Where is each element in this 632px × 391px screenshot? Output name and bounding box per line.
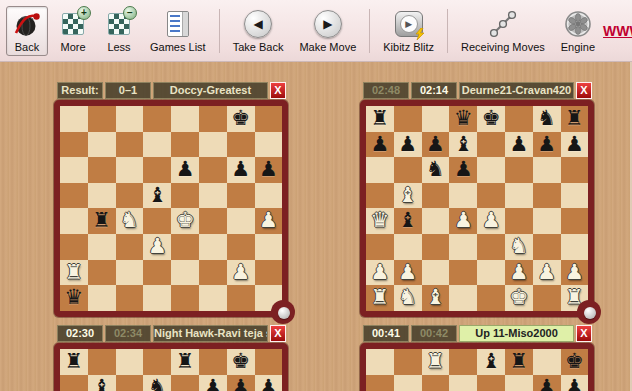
square-g8[interactable]: ♚ (227, 349, 255, 375)
square-e1[interactable] (171, 285, 199, 311)
black-clock: 02:34 (105, 325, 151, 342)
square-h4[interactable]: ♟ (255, 208, 283, 234)
white-pawn: ♟ (255, 208, 283, 234)
board-frame: ♜♜♚♝♞♟♟♟ (54, 343, 288, 391)
black-rook: ♜ (505, 349, 533, 375)
board-minus-icon: − (104, 9, 134, 39)
white-pawn: ♟ (533, 260, 561, 286)
square-e6[interactable] (477, 157, 505, 183)
square-g1[interactable] (533, 285, 561, 311)
square-c2[interactable] (422, 260, 450, 286)
white-pawn: ♟ (366, 260, 394, 286)
square-h5[interactable] (255, 183, 283, 209)
square-h3[interactable] (255, 234, 283, 260)
arrow-right-icon: ▶ (313, 9, 343, 39)
square-g3[interactable] (533, 234, 561, 260)
arrow-left-icon: ◀ (243, 9, 273, 39)
black-rook: ♜ (366, 106, 394, 132)
square-e8[interactable]: ♜ (171, 349, 199, 375)
square-b2[interactable]: ♟ (394, 260, 422, 286)
result-label: Result: (57, 82, 103, 99)
square-d4[interactable] (143, 208, 171, 234)
players-label: Deurne21-Cravan420 (459, 82, 574, 99)
square-b8[interactable] (88, 349, 116, 375)
square-h8[interactable]: ♜ (561, 106, 589, 132)
square-g2[interactable]: ♟ (227, 260, 255, 286)
board-window-1: Result: 0–1 Doccy-Greatest X ♚♟♟♟♝♜♞♚♟♟♜… (54, 82, 289, 317)
square-f8[interactable] (505, 106, 533, 132)
square-a1[interactable]: ♛ (60, 285, 88, 311)
chess-board-3: ♜♜♚♝♞♟♟♟ (60, 349, 282, 391)
black-bishop: ♝ (477, 349, 505, 375)
close-button[interactable]: X (270, 82, 286, 99)
square-c1[interactable] (116, 285, 144, 311)
black-clock: 02:14 (411, 82, 457, 99)
square-e6[interactable]: ♟ (171, 157, 199, 183)
square-f5[interactable] (505, 183, 533, 209)
toolbar-separator (369, 9, 370, 53)
square-a7[interactable] (366, 375, 394, 391)
players-label: Night Hawk-Ravi teja s (153, 325, 268, 342)
square-d8[interactable]: ♛ (449, 106, 477, 132)
black-pawn: ♟ (227, 157, 255, 183)
square-b4[interactable]: ♝ (394, 208, 422, 234)
square-d5[interactable]: ♝ (143, 183, 171, 209)
kibitz-play-icon: ▶ (394, 9, 424, 39)
black-pawn: ♟ (366, 132, 394, 158)
square-g8[interactable]: ♞ (533, 106, 561, 132)
engine-fan-icon (563, 9, 593, 39)
square-c7[interactable]: ♟ (422, 132, 450, 158)
square-b8[interactable] (394, 349, 422, 375)
white-pawn: ♟ (505, 260, 533, 286)
white-pawn: ♟ (449, 208, 477, 234)
square-d7[interactable] (449, 375, 477, 391)
black-pawn: ♟ (227, 375, 255, 391)
square-a7[interactable]: ♟ (366, 132, 394, 158)
board-frame: ♜♝♜♚♟♟ (360, 343, 594, 391)
square-c4[interactable]: ♞ (116, 208, 144, 234)
square-g8[interactable] (533, 349, 561, 375)
black-bishop: ♝ (449, 132, 477, 158)
square-d4[interactable]: ♟ (449, 208, 477, 234)
square-c2[interactable] (116, 260, 144, 286)
square-e7[interactable] (477, 132, 505, 158)
square-f7[interactable]: ♟ (199, 375, 227, 391)
square-c8[interactable] (422, 106, 450, 132)
square-g8[interactable]: ♚ (227, 106, 255, 132)
games-list-label: Games List (150, 41, 206, 53)
square-h5[interactable] (561, 183, 589, 209)
square-e1[interactable] (477, 285, 505, 311)
square-e8[interactable]: ♚ (477, 106, 505, 132)
black-pawn: ♟ (561, 375, 589, 391)
board-window-4: 00:41 00:42 Up 11-Miso2000 X ♜♝♜♚♟♟ (360, 325, 595, 391)
square-f3[interactable]: ♞ (505, 234, 533, 260)
square-g2[interactable]: ♟ (533, 260, 561, 286)
square-d1[interactable] (143, 285, 171, 311)
square-h7[interactable]: ♟ (561, 132, 589, 158)
players-label-highlighted: Up 11-Miso2000 (459, 325, 574, 342)
square-f8[interactable] (199, 349, 227, 375)
black-pawn: ♟ (255, 157, 283, 183)
globe-back-icon (12, 9, 42, 39)
square-b7[interactable] (88, 132, 116, 158)
white-pawn: ♟ (477, 208, 505, 234)
square-c6[interactable] (116, 157, 144, 183)
white-rook: ♜ (422, 349, 450, 375)
square-d8[interactable] (143, 106, 171, 132)
square-b5[interactable]: ♝ (394, 183, 422, 209)
square-b8[interactable] (88, 106, 116, 132)
square-e8[interactable] (171, 106, 199, 132)
games-list-icon (163, 9, 193, 39)
black-pawn: ♟ (199, 375, 227, 391)
chess-board-4: ♜♝♜♚♟♟ (366, 349, 588, 391)
board-4-header: 00:41 00:42 Up 11-Miso2000 X (363, 325, 592, 342)
white-knight: ♞ (116, 208, 144, 234)
black-knight: ♞ (533, 106, 561, 132)
app-window: Back + More − Less Games List ◀ Take Bac… (0, 0, 632, 391)
square-c8[interactable] (116, 106, 144, 132)
black-queen: ♛ (60, 285, 88, 311)
square-h3[interactable] (561, 234, 589, 260)
square-b8[interactable] (394, 106, 422, 132)
square-b7[interactable] (394, 375, 422, 391)
less-button[interactable]: − Less (98, 6, 140, 56)
black-king: ♚ (227, 106, 255, 132)
square-a8[interactable]: ♜ (60, 349, 88, 375)
engine-button[interactable]: Engine (555, 6, 601, 56)
kibitz-blitz-label: Kibitz Blitz (383, 41, 434, 53)
square-h7[interactable]: ♟ (255, 375, 283, 391)
back-label: Back (15, 41, 39, 53)
square-a3[interactable] (60, 234, 88, 260)
take-back-button[interactable]: ◀ Take Back (227, 6, 290, 56)
board-window-3: 02:30 02:34 Night Hawk-Ravi teja s X ♜♜♚… (54, 325, 289, 391)
square-a4[interactable] (60, 208, 88, 234)
square-f6[interactable] (199, 157, 227, 183)
black-bishop: ♝ (88, 375, 116, 391)
square-c5[interactable] (116, 183, 144, 209)
square-e5[interactable] (171, 183, 199, 209)
www-link[interactable]: WWW. (603, 23, 632, 39)
square-f7[interactable]: ♟ (505, 132, 533, 158)
square-c4[interactable] (422, 208, 450, 234)
receiving-moves-label: Receiving Moves (461, 41, 545, 53)
square-g6[interactable]: ♟ (227, 157, 255, 183)
square-g5[interactable] (533, 183, 561, 209)
toolbar-separator (447, 9, 448, 53)
square-d3[interactable]: ♟ (143, 234, 171, 260)
white-bishop: ♝ (422, 285, 450, 311)
square-b6[interactable] (394, 157, 422, 183)
board-frame: ♜♛♚♞♜♟♟♟♝♟♟♟♞♟♝♛♝♟♟♞♟♟♟♟♟♜♞♝♚♜ (360, 100, 594, 317)
square-e3[interactable] (477, 234, 505, 260)
kibitz-blitz-button[interactable]: ▶ Kibitz Blitz (377, 6, 440, 56)
board-window-2: 02:48 02:14 Deurne21-Cravan420 X ♜♛♚♞♜♟♟… (360, 82, 595, 317)
white-king: ♚ (171, 208, 199, 234)
square-d3[interactable] (449, 234, 477, 260)
square-h7[interactable] (255, 132, 283, 158)
square-h8[interactable]: ♚ (561, 349, 589, 375)
white-bishop: ♝ (394, 183, 422, 209)
square-h2[interactable] (255, 260, 283, 286)
square-a8[interactable]: ♜ (366, 106, 394, 132)
square-e7[interactable] (171, 375, 199, 391)
black-rook: ♜ (561, 106, 589, 132)
square-a4[interactable]: ♛ (366, 208, 394, 234)
square-h6[interactable] (561, 157, 589, 183)
square-a2[interactable]: ♟ (366, 260, 394, 286)
square-d2[interactable] (449, 260, 477, 286)
square-c1[interactable]: ♝ (422, 285, 450, 311)
square-b2[interactable] (88, 260, 116, 286)
black-pawn: ♟ (505, 132, 533, 158)
black-pawn: ♟ (394, 132, 422, 158)
square-e2[interactable] (477, 260, 505, 286)
board-1-header: Result: 0–1 Doccy-Greatest X (57, 82, 286, 99)
square-e5[interactable] (477, 183, 505, 209)
square-a3[interactable] (366, 234, 394, 260)
square-g6[interactable] (533, 157, 561, 183)
white-king: ♚ (505, 285, 533, 311)
square-d8[interactable] (143, 349, 171, 375)
square-d7[interactable] (143, 132, 171, 158)
more-label: More (60, 41, 85, 53)
square-b1[interactable]: ♞ (394, 285, 422, 311)
close-button[interactable]: X (576, 325, 592, 342)
black-queen: ♛ (449, 106, 477, 132)
square-b3[interactable] (394, 234, 422, 260)
square-f6[interactable] (505, 157, 533, 183)
black-bishop: ♝ (143, 183, 171, 209)
toolbar: Back + More − Less Games List ◀ Take Bac… (0, 0, 632, 62)
black-pawn: ♟ (422, 132, 450, 158)
games-list-button[interactable]: Games List (144, 6, 212, 56)
square-g4[interactable] (533, 208, 561, 234)
white-pawn: ♟ (227, 260, 255, 286)
square-h2[interactable]: ♟ (561, 260, 589, 286)
toolbar-separator (219, 9, 220, 53)
square-b4[interactable]: ♜ (88, 208, 116, 234)
square-c7[interactable] (422, 375, 450, 391)
black-rook: ♜ (60, 349, 88, 375)
square-e4[interactable]: ♚ (171, 208, 199, 234)
black-pawn: ♟ (255, 375, 283, 391)
square-f2[interactable]: ♟ (505, 260, 533, 286)
square-c3[interactable] (116, 234, 144, 260)
square-c7[interactable] (116, 375, 144, 391)
desktop-area: Result: 0–1 Doccy-Greatest X ♚♟♟♟♝♜♞♚♟♟♜… (0, 62, 632, 391)
white-clock: 02:30 (57, 325, 103, 342)
square-a1[interactable]: ♜ (366, 285, 394, 311)
black-rook: ♜ (88, 208, 116, 234)
square-f8[interactable] (199, 106, 227, 132)
players-label: Doccy-Greatest (153, 82, 268, 99)
take-back-label: Take Back (233, 41, 284, 53)
white-clock: 00:41 (363, 325, 409, 342)
make-move-button[interactable]: ▶ Make Move (293, 6, 362, 56)
square-f5[interactable] (199, 183, 227, 209)
make-move-label: Make Move (299, 41, 356, 53)
square-h7[interactable]: ♟ (561, 375, 589, 391)
black-clock: 00:42 (411, 325, 457, 342)
square-g5[interactable] (227, 183, 255, 209)
square-a6[interactable] (366, 157, 394, 183)
black-king: ♚ (561, 349, 589, 375)
white-clock: 02:48 (363, 82, 409, 99)
square-f7[interactable] (199, 132, 227, 158)
square-a5[interactable] (366, 183, 394, 209)
square-f3[interactable] (199, 234, 227, 260)
white-knight: ♞ (394, 285, 422, 311)
square-d7[interactable]: ♞ (143, 375, 171, 391)
square-f1[interactable] (199, 285, 227, 311)
square-h4[interactable] (561, 208, 589, 234)
square-g3[interactable] (227, 234, 255, 260)
square-a6[interactable] (60, 157, 88, 183)
receiving-moves-button[interactable]: Receiving Moves (455, 6, 551, 56)
chain-icon (488, 9, 518, 39)
white-pawn: ♟ (143, 234, 171, 260)
square-h6[interactable]: ♟ (255, 157, 283, 183)
white-pawn: ♟ (561, 260, 589, 286)
black-knight: ♞ (143, 375, 171, 391)
square-c7[interactable] (116, 132, 144, 158)
square-c8[interactable]: ♜ (422, 349, 450, 375)
square-e8[interactable]: ♝ (477, 349, 505, 375)
black-knight: ♞ (422, 157, 450, 183)
square-g7[interactable] (227, 132, 255, 158)
square-d7[interactable]: ♝ (449, 132, 477, 158)
square-c5[interactable] (422, 183, 450, 209)
square-b7[interactable]: ♟ (394, 132, 422, 158)
white-pawn: ♟ (394, 260, 422, 286)
engine-label: Engine (561, 41, 595, 53)
square-b5[interactable] (88, 183, 116, 209)
square-b3[interactable] (88, 234, 116, 260)
square-h8[interactable] (255, 106, 283, 132)
black-pawn: ♟ (533, 132, 561, 158)
square-g7[interactable]: ♟ (227, 375, 255, 391)
square-a7[interactable] (60, 375, 88, 391)
square-b7[interactable]: ♝ (88, 375, 116, 391)
square-g1[interactable] (227, 285, 255, 311)
square-e2[interactable] (171, 260, 199, 286)
square-c3[interactable] (422, 234, 450, 260)
square-h8[interactable] (255, 349, 283, 375)
square-b1[interactable] (88, 285, 116, 311)
white-rook: ♜ (366, 285, 394, 311)
chess-board-2: ♜♛♚♞♜♟♟♟♝♟♟♟♞♟♝♛♝♟♟♞♟♟♟♟♟♜♞♝♚♜ (366, 106, 588, 311)
close-button[interactable]: X (270, 325, 286, 342)
square-f4[interactable] (199, 208, 227, 234)
result-value: 0–1 (105, 82, 151, 99)
back-button[interactable]: Back (6, 6, 48, 56)
square-g7[interactable]: ♟ (533, 375, 561, 391)
white-knight: ♞ (505, 234, 533, 260)
square-f2[interactable] (199, 260, 227, 286)
square-a8[interactable] (366, 349, 394, 375)
square-e7[interactable] (477, 375, 505, 391)
square-a8[interactable] (60, 106, 88, 132)
square-a2[interactable]: ♜ (60, 260, 88, 286)
square-e7[interactable] (171, 132, 199, 158)
square-b6[interactable] (88, 157, 116, 183)
square-e4[interactable]: ♟ (477, 208, 505, 234)
black-pawn: ♟ (533, 375, 561, 391)
square-a5[interactable] (60, 183, 88, 209)
close-button[interactable]: X (576, 82, 592, 99)
black-pawn: ♟ (171, 157, 199, 183)
square-g7[interactable]: ♟ (533, 132, 561, 158)
square-d6[interactable] (143, 157, 171, 183)
board-2-header: 02:48 02:14 Deurne21-Cravan420 X (363, 82, 592, 99)
black-bishop: ♝ (394, 208, 422, 234)
square-g4[interactable] (227, 208, 255, 234)
board-frame: ♚♟♟♟♝♜♞♚♟♟♜♟♛ (54, 100, 288, 317)
square-e3[interactable] (171, 234, 199, 260)
square-c8[interactable] (116, 349, 144, 375)
square-d6[interactable]: ♟ (449, 157, 477, 183)
black-king: ♚ (227, 349, 255, 375)
square-d8[interactable] (449, 349, 477, 375)
square-f7[interactable] (505, 375, 533, 391)
black-rook: ♜ (171, 349, 199, 375)
white-queen: ♛ (366, 208, 394, 234)
square-c6[interactable]: ♞ (422, 157, 450, 183)
chess-board-1: ♚♟♟♟♝♜♞♚♟♟♜♟♛ (60, 106, 282, 311)
black-pawn: ♟ (449, 157, 477, 183)
square-d2[interactable] (143, 260, 171, 286)
black-pawn: ♟ (561, 132, 589, 158)
board-plus-icon: + (58, 9, 88, 39)
square-f8[interactable]: ♜ (505, 349, 533, 375)
white-rook: ♜ (60, 260, 88, 286)
square-f4[interactable] (505, 208, 533, 234)
square-d5[interactable] (449, 183, 477, 209)
square-a7[interactable] (60, 132, 88, 158)
square-f1[interactable]: ♚ (505, 285, 533, 311)
square-d1[interactable] (449, 285, 477, 311)
less-label: Less (107, 41, 130, 53)
more-button[interactable]: + More (52, 6, 94, 56)
black-king: ♚ (477, 106, 505, 132)
board-3-header: 02:30 02:34 Night Hawk-Ravi teja s X (57, 325, 286, 342)
